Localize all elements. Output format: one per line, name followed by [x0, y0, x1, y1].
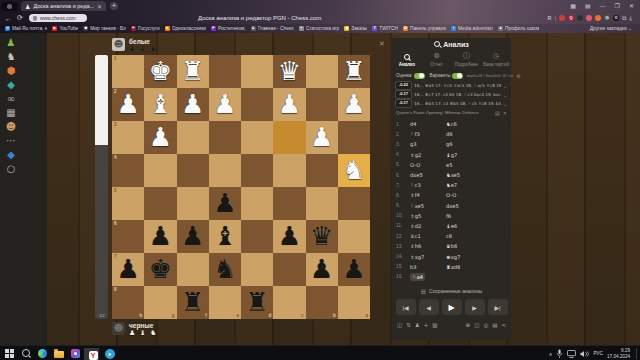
page-title: Доска анализа и редактор PGN - Chess.com: [198, 12, 321, 24]
square-d1[interactable]: [241, 55, 273, 88]
white-king: ♚: [144, 55, 176, 88]
rank-label: 6: [114, 221, 117, 226]
start-button[interactable]: [4, 348, 15, 359]
analysis-chart-icon[interactable]: ◫: [397, 322, 402, 328]
square-e1[interactable]: [209, 55, 241, 88]
bookmark-favicon: o: [165, 26, 170, 31]
square-e5[interactable]: ♟: [209, 187, 241, 220]
square-a4[interactable]: ♞: [338, 154, 370, 187]
move-row-10.: 10.♗g5f6: [396, 211, 507, 221]
square-d6[interactable]: [241, 220, 273, 253]
square-e8[interactable]: e: [209, 286, 241, 319]
move-number: 12.: [396, 234, 410, 239]
browser-profile-button[interactable]: [2, 2, 18, 11]
board-panel-close-icon[interactable]: ✕: [379, 40, 385, 48]
move-number: 8.: [396, 193, 410, 198]
protect-shield-icon: [33, 16, 37, 21]
square-c3[interactable]: [273, 121, 305, 154]
square-c7[interactable]: [273, 253, 305, 286]
url-field[interactable]: www.chess.com: [29, 14, 87, 22]
move-row-6.: 6.dxe5♞xe5: [396, 170, 507, 180]
white-move[interactable]: ♗f4: [410, 192, 446, 198]
language-indicator[interactable]: РУС: [593, 351, 603, 356]
file-label: c: [301, 313, 304, 318]
other-bookmarks-button[interactable]: Другие закладки ⌄: [590, 26, 640, 31]
black-move[interactable]: dxe5: [446, 203, 507, 209]
square-a8[interactable]: a: [338, 286, 370, 319]
display-icon[interactable]: [567, 350, 576, 358]
prev-move-button[interactable]: ◀: [419, 299, 439, 315]
square-h1[interactable]: 1: [112, 55, 144, 88]
square-c6[interactable]: ♟: [273, 220, 305, 253]
sidebar-observe-binoculars-icon[interactable]: ∞: [4, 93, 18, 105]
square-c5[interactable]: [273, 187, 305, 220]
black-player-name: черные: [129, 322, 153, 329]
rank-label: 3: [114, 122, 117, 127]
white-pawn: ♟: [338, 88, 370, 121]
bookmark-label: Госуслуги: [138, 26, 160, 31]
black-move[interactable]: ♞c6: [446, 121, 507, 127]
bookmark-favicon: ✦: [299, 26, 304, 31]
square-h2[interactable]: 2♟: [112, 88, 144, 121]
bookmark-label: Статистика игр: [306, 26, 340, 31]
square-b6[interactable]: ♛: [306, 220, 338, 253]
window-control-4-icon[interactable]: ✕: [629, 0, 634, 12]
square-a3[interactable]: [338, 121, 370, 154]
square-h4[interactable]: 4: [112, 154, 144, 187]
square-c4[interactable]: [273, 154, 305, 187]
ext-red-icon[interactable]: [559, 15, 565, 21]
square-d4[interactable]: [241, 154, 273, 187]
url-text: www.chess.com: [40, 15, 76, 21]
black-move[interactable]: f6: [446, 213, 507, 219]
bookmark-11[interactable]: iMedia advertisin: [451, 26, 493, 31]
square-g1[interactable]: ♚: [144, 55, 176, 88]
opening-close-icon[interactable]: ✕: [503, 110, 507, 116]
tab-close-icon[interactable]: ✕: [97, 3, 102, 10]
bookmark-label: Media advertisin: [458, 26, 493, 31]
tab-база-партий[interactable]: ◷База партий: [481, 50, 511, 70]
black-move[interactable]: ♚xg7: [446, 254, 507, 260]
white-pawn: ♟: [112, 88, 144, 121]
square-h3[interactable]: 3: [112, 121, 144, 154]
ext-o-icon[interactable]: O: [613, 15, 619, 21]
square-e6[interactable]: ♝: [209, 220, 241, 253]
white-move[interactable]: O-O: [410, 162, 446, 168]
square-f4[interactable]: [177, 154, 209, 187]
analysis-tabs: Анализ⚙ОтчетⓘПодробнее◷База партий: [392, 50, 511, 70]
panel-toolbar: ◫⇅♟+▧⊕◫◎▤<: [392, 318, 511, 331]
engine-settings-gear-icon[interactable]: ⚙: [516, 73, 520, 79]
bookmark-label: TWITCH: [379, 26, 398, 31]
rank-label: 4: [114, 155, 117, 160]
white-pawn: ♟: [177, 88, 209, 121]
bookmarks-bar: @Mail.Ru почта, н▶YouTube⬢Мир танков - Б…: [0, 24, 640, 33]
address-bar: ← ⟳ www.chess.com Доска анализа и редакт…: [0, 12, 640, 24]
extension-r-icon[interactable]: R: [548, 15, 552, 21]
square-d2[interactable]: [241, 88, 273, 121]
white-move[interactable]: b3: [410, 264, 446, 270]
bookmark-1[interactable]: ▶YouTube: [52, 26, 78, 31]
square-g4[interactable]: [144, 154, 176, 187]
square-d3[interactable]: [241, 121, 273, 154]
ext-dark-green-icon[interactable]: [577, 15, 583, 21]
black-move[interactable]: g6: [446, 141, 507, 147]
square-d7[interactable]: [241, 253, 273, 286]
white-move[interactable]: dxe5: [410, 172, 446, 178]
square-b2[interactable]: [306, 88, 338, 121]
active-tab[interactable]: ♟ Доска анализа и реда... ✕: [21, 1, 106, 11]
move-number: 3.: [396, 142, 410, 147]
hidden-icons-chevron[interactable]: ∧: [549, 351, 553, 357]
white-pawn: ♟: [144, 121, 176, 154]
ext-q-icon[interactable]: Q: [568, 15, 574, 21]
file-label: b: [333, 313, 336, 318]
yandex-browser-icon[interactable]: Y: [86, 348, 97, 359]
square-h8[interactable]: 8h: [112, 286, 144, 319]
new-tab-button[interactable]: +: [110, 2, 118, 10]
black-rook: ♜: [241, 286, 273, 319]
move-row-3.: 3.g3g6: [396, 139, 507, 149]
eval-badge: -0.22: [395, 81, 412, 90]
square-d5[interactable]: [241, 187, 273, 220]
engine-line-3[interactable]: -0.1716… ♛b4 17. c3 ♛b5 18. ♘c5 ♗c8 19. …: [395, 99, 508, 108]
square-h6[interactable]: 6: [112, 220, 144, 253]
square-f2[interactable]: ♟: [177, 88, 209, 121]
opening-book-icon[interactable]: ▤: [495, 110, 500, 116]
white-move[interactable]: ♗xg7: [410, 254, 446, 260]
engine-lines: -0.2216… ♛a5 17. ♕c5 ♕xc5 18. ♘xc5 ♗c8 1…: [392, 81, 511, 108]
share-icon[interactable]: <: [501, 322, 506, 328]
black-rook: ♜: [177, 286, 209, 319]
square-c2[interactable]: ♟: [273, 88, 305, 121]
back-icon[interactable]: ←: [5, 15, 12, 22]
next-move-button[interactable]: ▶: [465, 299, 485, 315]
move-number: 2.: [396, 132, 410, 137]
chevron-down-icon[interactable]: ⌄: [503, 83, 508, 89]
sidebar-learn-fist-icon[interactable]: ⬢: [4, 65, 18, 77]
white-move[interactable]: ♗h6: [410, 243, 446, 249]
sidebar-premium-diamond-icon[interactable]: ◆: [4, 149, 18, 161]
bookmark-10[interactable]: DПанель управле: [403, 26, 446, 31]
black-pawn: ♟: [177, 220, 209, 253]
square-g6[interactable]: ♟: [144, 220, 176, 253]
move-row-9.: 9.♘xe5dxe5: [396, 201, 507, 211]
move-number: 5.: [396, 162, 410, 167]
square-b8[interactable]: b: [306, 286, 338, 319]
gear-icon: ⚙: [433, 53, 439, 60]
black-pawn: ♟: [209, 187, 241, 220]
evaluation-value: -0.2: [95, 314, 108, 318]
bookmark-5[interactable]: РРостелеком,: [211, 26, 246, 31]
sidebar-watch-gem-icon[interactable]: ◆: [4, 79, 18, 91]
square-f6[interactable]: ♟: [177, 220, 209, 253]
black-move[interactable]: ♞xe5: [446, 172, 507, 178]
white-move[interactable]: ♘a4: [410, 273, 425, 281]
move-number: 13.: [396, 244, 410, 249]
print-icon[interactable]: ▤: [492, 322, 497, 328]
white-move[interactable]: d4: [410, 121, 446, 127]
white-move[interactable]: g3: [410, 141, 446, 147]
white-rook: ♜: [338, 55, 370, 88]
principal-variation: 16… ♛b4 17. c3 ♛b5 18. ♘c5 ♗c8 19. b4 a5…: [414, 101, 501, 106]
square-g2[interactable]: ♝: [144, 88, 176, 121]
square-a7[interactable]: ♟: [338, 253, 370, 286]
square-e4[interactable]: [209, 154, 241, 187]
square-e7[interactable]: ♞: [209, 253, 241, 286]
extensions-area: R | QGO ⧉ ⤓: [548, 15, 640, 22]
tab-title: Доска анализа и реда...: [33, 3, 94, 9]
bookmark-favicon: T: [372, 26, 377, 31]
tab-label: Подробнее: [455, 62, 478, 67]
black-move[interactable]: e5: [446, 162, 507, 168]
white-move[interactable]: ♘f3: [410, 131, 446, 137]
square-f8[interactable]: f♜: [177, 286, 209, 319]
move-row-16.: 16.♘a4: [396, 272, 507, 282]
black-pawn: ♟: [112, 253, 144, 286]
saved-analyses-button[interactable]: ▤ Сохраненные анализы: [392, 285, 511, 296]
move-number: 11.: [396, 223, 410, 228]
white-player-name: белые: [129, 38, 150, 45]
other-bookmarks-label: Другие закладки: [590, 26, 627, 31]
speaker-icon[interactable]: [580, 350, 589, 358]
square-b7[interactable]: ♟: [306, 253, 338, 286]
flip-board-icon[interactable]: ⇅: [406, 322, 411, 328]
bookmark-2[interactable]: ⬢Мир танков - Бл: [83, 26, 126, 31]
zoom-icon[interactable]: ⊕: [466, 322, 471, 328]
black-move[interactable]: O-O: [446, 192, 507, 198]
analysis-title: Анализ: [443, 41, 468, 48]
toggle-switch[interactable]: [414, 73, 425, 79]
toggle-оценка[interactable]: Оценка: [396, 73, 425, 79]
square-f3[interactable]: [177, 121, 209, 154]
square-g7[interactable]: ♚: [144, 253, 176, 286]
bookmark-12[interactable]: ♟Профиль шахм: [498, 26, 539, 31]
bookmark-favicon: ⬢: [83, 26, 88, 31]
black-move[interactable]: ♝e6: [446, 223, 507, 229]
white-move[interactable]: ♗g2: [410, 152, 446, 158]
square-d8[interactable]: d♜: [241, 286, 273, 319]
black-bishop: ♝: [209, 220, 241, 253]
photos-app-icon[interactable]: [70, 348, 81, 359]
move-row-8.: 8.♗f4O-O: [396, 190, 507, 200]
black-move[interactable]: c6: [446, 233, 507, 239]
edge-icon[interactable]: [37, 348, 48, 359]
window-control-3-icon[interactable]: ❐: [615, 0, 620, 12]
engine-status: depth=28 | Stockfish 16 Lite: [466, 74, 513, 78]
pages-icon[interactable]: ⧉: [622, 15, 626, 22]
show-desktop-strip[interactable]: [636, 348, 637, 359]
black-move[interactable]: ♝g7: [446, 152, 507, 158]
square-a5[interactable]: [338, 187, 370, 220]
square-g3[interactable]: ♟: [144, 121, 176, 154]
move-number: 10.: [396, 213, 410, 218]
bookmark-favicon: i: [451, 26, 456, 31]
tab-подробнее[interactable]: ⓘПодробнее: [452, 50, 482, 70]
square-a2[interactable]: ♟: [338, 88, 370, 121]
taskbar-search-icon[interactable]: [21, 348, 32, 359]
bookmark-6[interactable]: ♟Главная - Chess: [251, 26, 294, 31]
window-control-0-icon[interactable]: ▦: [570, 0, 576, 12]
black-move[interactable]: ♛b6: [446, 243, 507, 249]
tab-bar: ♟ Доска анализа и реда... ✕ + ▦▤—❐✕: [0, 0, 640, 12]
analysis-toggles-row: ОценкаВарианты depth=28 | Stockfish 16 L…: [392, 70, 511, 81]
bookmark-9[interactable]: TTWITCH: [372, 26, 398, 31]
engine-line-2[interactable]: -0.1716… ♛c7 17. c4 b5 18. ♘c3 bxc4 19. …: [395, 90, 508, 99]
square-h7[interactable]: 7♟: [112, 253, 144, 286]
download-icon[interactable]: ⤓: [629, 15, 632, 22]
move-number: 1.: [396, 122, 410, 127]
white-move[interactable]: ♗g5: [410, 213, 446, 219]
taskbar-date: 17.04.2024: [607, 354, 630, 360]
move-row-2.: 2.♘f3d6: [396, 129, 507, 139]
library-icon[interactable]: ◫: [474, 322, 479, 328]
black-king: ♚: [144, 253, 176, 286]
square-g5[interactable]: [144, 187, 176, 220]
move-number: 16.: [396, 274, 410, 279]
collage-icon[interactable]: ▧: [432, 322, 437, 328]
white-move[interactable]: ♗d2: [410, 223, 446, 229]
opening-name[interactable]: Queen's Pawn Opening: Mikenas Defence: [396, 110, 492, 115]
bookmark-3[interactable]: ⚑Госуслуги: [131, 26, 160, 31]
telegram-icon[interactable]: ➤: [104, 348, 115, 359]
white-pawn: ♟: [273, 88, 305, 121]
play-button[interactable]: ▶: [442, 299, 462, 315]
principal-variation: 16… ♛a5 17. ♕c5 ♕xc5 18. ♘xc5 ♗c8 19. ♖f…: [414, 83, 501, 88]
square-g8[interactable]: g: [144, 286, 176, 319]
microphone-icon[interactable]: [556, 349, 563, 359]
windows-taskbar: Y ➤ ∧ РУС 9:29 17.04.2024: [0, 345, 640, 360]
file-label: a: [365, 313, 368, 318]
black-move[interactable]: ♞e7: [446, 182, 507, 188]
magnifier-icon: [404, 54, 410, 60]
bookmark-favicon: ♟: [498, 26, 503, 31]
move-number: 15.: [396, 264, 410, 269]
eval-badge: -0.17: [395, 90, 412, 99]
square-c8[interactable]: c: [273, 286, 305, 319]
white-move[interactable]: ♕c1: [410, 233, 446, 239]
info-icon: ⓘ: [463, 53, 470, 60]
bookmark-8[interactable]: ▦Заказы: [344, 26, 367, 31]
bookmark-label: Ростелеком,: [218, 26, 246, 31]
move-number: 9.: [396, 203, 410, 208]
bookmark-favicon: ▶: [52, 26, 57, 31]
sidebar-puzzles-knight-icon[interactable]: ♞: [4, 51, 18, 63]
bookmark-favicon: ⚑: [131, 26, 136, 31]
engine-line-1[interactable]: -0.2216… ♛a5 17. ♕c5 ♕xc5 18. ♘xc5 ♗c8 1…: [395, 81, 508, 90]
add-icon[interactable]: +: [424, 322, 429, 328]
square-a1[interactable]: ♜: [338, 55, 370, 88]
chess-board[interactable]: 1♚♜♛♜2♟♝♟♟♟♟3♟♟4♞5♟6♟♟♝♟♛7♟♚♞♟♟8hgf♜ed♜c…: [112, 55, 370, 319]
eval-badge: -0.17: [395, 99, 412, 108]
square-b5[interactable]: [306, 187, 338, 220]
bookmark-label: Мир танков - Бл: [90, 26, 126, 31]
bookmark-favicon: D: [403, 26, 408, 31]
file-label: h: [140, 313, 143, 318]
black-knight: ♞: [209, 253, 241, 286]
toggle-label: Варианты: [430, 73, 451, 78]
white-rook: ♜: [177, 55, 209, 88]
sidebar-social-person-icon[interactable]: ☻: [4, 121, 18, 133]
square-b3[interactable]: ♟: [306, 121, 338, 154]
black-move[interactable]: d6: [446, 131, 507, 137]
square-e3[interactable]: [209, 121, 241, 154]
tab-favicon-pawn-icon: ♟: [25, 3, 30, 10]
reload-icon[interactable]: ⟳: [17, 14, 23, 22]
window-control-1-icon[interactable]: ▤: [585, 0, 591, 12]
sidebar-more-dots-icon[interactable]: ⋯: [4, 135, 18, 147]
black-avatar[interactable]: ☻: [112, 322, 125, 335]
black-queen: ♛: [306, 220, 338, 253]
chevron-down-icon[interactable]: ⌄: [503, 101, 508, 107]
square-b4[interactable]: [306, 154, 338, 187]
taskbar-clock[interactable]: 9:29 17.04.2024: [607, 348, 630, 359]
pieces-setup-icon[interactable]: ♟: [415, 322, 420, 328]
white-move[interactable]: ♘c3: [410, 182, 446, 188]
square-h5[interactable]: 5: [112, 187, 144, 220]
bookmark-label: Mail.Ru почта, н: [12, 26, 47, 31]
bookmark-0[interactable]: @Mail.Ru почта, н: [5, 26, 47, 31]
ext-pink-icon[interactable]: [586, 15, 592, 21]
sidebar-play-pawn-icon[interactable]: ♟: [4, 37, 18, 49]
square-a6[interactable]: [338, 220, 370, 253]
ext-g-icon[interactable]: G: [604, 15, 610, 21]
sidebar-search-icon[interactable]: ○: [4, 163, 18, 175]
player-bar-black: ☻ черные ♟ ♝ ♞: [112, 322, 370, 339]
square-b1[interactable]: [306, 55, 338, 88]
extension-separator: |: [554, 15, 556, 21]
square-f7[interactable]: [177, 253, 209, 286]
toggle-варианты[interactable]: Варианты: [430, 73, 464, 79]
last-move-button[interactable]: ▶|: [488, 299, 508, 315]
move-row-11.: 11.♗d2♝e6: [396, 221, 507, 231]
black-move[interactable]: ♜ad8: [446, 264, 507, 270]
sidebar-news-grid-icon[interactable]: ▦: [4, 107, 18, 119]
black-pawn: ♟: [273, 220, 305, 253]
white-knight: ♞: [338, 154, 370, 187]
square-f5[interactable]: [177, 187, 209, 220]
settings-target-icon[interactable]: ◎: [483, 322, 488, 328]
chevron-down-icon[interactable]: ⌄: [503, 92, 508, 98]
file-explorer-icon[interactable]: [54, 348, 65, 359]
rank-label: 5: [114, 188, 117, 193]
move-number: 7.: [396, 183, 410, 188]
black-pawn: ♟: [144, 220, 176, 253]
move-row-12.: 12.♕c1c6: [396, 231, 507, 241]
white-move[interactable]: ♘xe5: [410, 203, 446, 209]
square-e2[interactable]: ♟: [209, 88, 241, 121]
bookmark-favicon: @: [5, 26, 10, 31]
bookmark-7[interactable]: ✦Статистика игр: [299, 26, 340, 31]
white-avatar[interactable]: ☻: [112, 38, 125, 51]
extension-icons: QGO: [559, 15, 619, 21]
square-c1[interactable]: ♛: [273, 55, 305, 88]
window-control-2-icon[interactable]: —: [600, 0, 606, 12]
tab-отчет[interactable]: ⚙Отчет: [422, 50, 452, 70]
ext-flame-icon[interactable]: [595, 15, 601, 21]
rank-label: 8: [114, 287, 117, 292]
tab-анализ[interactable]: Анализ: [392, 50, 422, 70]
move-number: 4.: [396, 152, 410, 157]
saved-analyses-label: Сохраненные анализы: [429, 288, 482, 294]
bookmark-4[interactable]: oОдноклассники: [165, 26, 206, 31]
square-f1[interactable]: ♜: [177, 55, 209, 88]
toggle-switch[interactable]: [452, 73, 463, 79]
first-move-button[interactable]: |◀: [396, 299, 416, 315]
player-bar-white: ☻ белые ♟ ♝ ♞: [112, 38, 370, 55]
bookmark-favicon: ▦: [344, 26, 349, 31]
bookmark-label: Заказы: [351, 26, 367, 31]
